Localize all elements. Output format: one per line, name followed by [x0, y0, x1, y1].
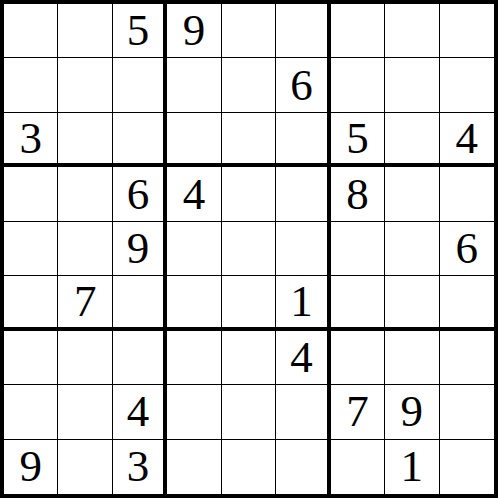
sudoku-cell-r2c2[interactable] — [58, 58, 112, 112]
sudoku-cell-r3c5[interactable] — [222, 113, 276, 167]
sudoku-cell-r8c8[interactable]: 9 — [385, 385, 439, 439]
sudoku-cell-r1c2[interactable] — [58, 4, 112, 58]
sudoku-cell-r7c1[interactable] — [4, 331, 58, 385]
sudoku-cell-r5c7[interactable] — [331, 222, 385, 276]
sudoku-cell-r8c1[interactable] — [4, 385, 58, 439]
sudoku-cell-r9c9[interactable] — [440, 440, 494, 494]
sudoku-cell-r3c2[interactable] — [58, 113, 112, 167]
sudoku-cell-r5c3[interactable]: 9 — [113, 222, 167, 276]
sudoku-cell-r7c5[interactable] — [222, 331, 276, 385]
sudoku-cell-r7c8[interactable] — [385, 331, 439, 385]
sudoku-cell-r8c3[interactable]: 4 — [113, 385, 167, 439]
sudoku-cell-r2c3[interactable] — [113, 58, 167, 112]
sudoku-cell-r8c5[interactable] — [222, 385, 276, 439]
sudoku-cell-r4c6[interactable] — [276, 167, 330, 221]
sudoku-cell-r6c6[interactable]: 1 — [276, 276, 330, 330]
sudoku-cell-r4c3[interactable]: 6 — [113, 167, 167, 221]
sudoku-cell-r7c3[interactable] — [113, 331, 167, 385]
sudoku-cell-r2c8[interactable] — [385, 58, 439, 112]
sudoku-cell-r4c9[interactable] — [440, 167, 494, 221]
sudoku-cell-r4c8[interactable] — [385, 167, 439, 221]
sudoku-cell-r6c9[interactable] — [440, 276, 494, 330]
sudoku-cell-r4c5[interactable] — [222, 167, 276, 221]
sudoku-cell-r1c3[interactable]: 5 — [113, 4, 167, 58]
sudoku-cell-r1c6[interactable] — [276, 4, 330, 58]
sudoku-cell-r5c6[interactable] — [276, 222, 330, 276]
sudoku-cell-r1c8[interactable] — [385, 4, 439, 58]
sudoku-cell-r4c1[interactable] — [4, 167, 58, 221]
sudoku-cell-r8c4[interactable] — [167, 385, 221, 439]
sudoku-cell-r9c6[interactable] — [276, 440, 330, 494]
sudoku-cell-r3c8[interactable] — [385, 113, 439, 167]
sudoku-cell-r3c1[interactable]: 3 — [4, 113, 58, 167]
sudoku-cell-r5c2[interactable] — [58, 222, 112, 276]
sudoku-cell-r4c7[interactable]: 8 — [331, 167, 385, 221]
sudoku-cell-r8c6[interactable] — [276, 385, 330, 439]
sudoku-cell-r3c3[interactable] — [113, 113, 167, 167]
sudoku-cell-r5c4[interactable] — [167, 222, 221, 276]
sudoku-cell-r9c7[interactable] — [331, 440, 385, 494]
sudoku-cell-r8c7[interactable]: 7 — [331, 385, 385, 439]
sudoku-cell-r5c1[interactable] — [4, 222, 58, 276]
sudoku-cell-r2c6[interactable]: 6 — [276, 58, 330, 112]
sudoku-cell-r2c7[interactable] — [331, 58, 385, 112]
sudoku-cell-r6c3[interactable] — [113, 276, 167, 330]
sudoku-cell-r9c1[interactable]: 9 — [4, 440, 58, 494]
sudoku-cell-r5c5[interactable] — [222, 222, 276, 276]
sudoku-cell-r1c7[interactable] — [331, 4, 385, 58]
sudoku-cell-r3c6[interactable] — [276, 113, 330, 167]
sudoku-cell-r3c4[interactable] — [167, 113, 221, 167]
sudoku-cell-r1c5[interactable] — [222, 4, 276, 58]
sudoku-cell-r6c5[interactable] — [222, 276, 276, 330]
sudoku-cell-r6c8[interactable] — [385, 276, 439, 330]
sudoku-cell-r2c1[interactable] — [4, 58, 58, 112]
sudoku-cell-r1c9[interactable] — [440, 4, 494, 58]
sudoku-cell-r2c9[interactable] — [440, 58, 494, 112]
sudoku-cell-r9c4[interactable] — [167, 440, 221, 494]
sudoku-cell-r7c7[interactable] — [331, 331, 385, 385]
sudoku-cell-r2c5[interactable] — [222, 58, 276, 112]
sudoku-cell-r9c5[interactable] — [222, 440, 276, 494]
sudoku-cell-r6c7[interactable] — [331, 276, 385, 330]
sudoku-cell-r3c7[interactable]: 5 — [331, 113, 385, 167]
sudoku-cell-r9c2[interactable] — [58, 440, 112, 494]
sudoku-cell-r7c9[interactable] — [440, 331, 494, 385]
sudoku-cell-r8c2[interactable] — [58, 385, 112, 439]
sudoku-cell-r7c6[interactable]: 4 — [276, 331, 330, 385]
sudoku-cell-r6c2[interactable]: 7 — [58, 276, 112, 330]
sudoku-cell-r3c9[interactable]: 4 — [440, 113, 494, 167]
sudoku-cell-r5c9[interactable]: 6 — [440, 222, 494, 276]
sudoku-cell-r7c4[interactable] — [167, 331, 221, 385]
sudoku-board: 59635464896714479931 — [0, 0, 498, 498]
sudoku-cell-r6c1[interactable] — [4, 276, 58, 330]
sudoku-cell-r4c2[interactable] — [58, 167, 112, 221]
sudoku-cell-r8c9[interactable] — [440, 385, 494, 439]
sudoku-cell-r4c4[interactable]: 4 — [167, 167, 221, 221]
sudoku-cell-r9c8[interactable]: 1 — [385, 440, 439, 494]
sudoku-cell-r7c2[interactable] — [58, 331, 112, 385]
sudoku-cell-r5c8[interactable] — [385, 222, 439, 276]
sudoku-cell-r1c1[interactable] — [4, 4, 58, 58]
sudoku-cell-r1c4[interactable]: 9 — [167, 4, 221, 58]
sudoku-cell-r2c4[interactable] — [167, 58, 221, 112]
sudoku-cell-r6c4[interactable] — [167, 276, 221, 330]
sudoku-cell-r9c3[interactable]: 3 — [113, 440, 167, 494]
